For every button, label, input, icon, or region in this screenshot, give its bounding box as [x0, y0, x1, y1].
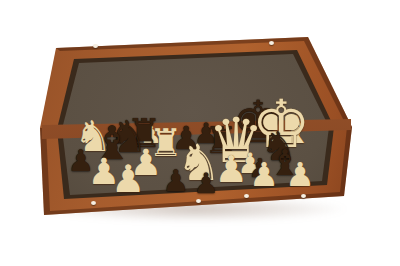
chess-piece-dark-pawn: ♟	[193, 170, 218, 198]
chess-piece-light-pawn: ♟	[285, 158, 315, 191]
screw-hole	[244, 194, 249, 198]
chess-piece-light-pawn: ♟	[249, 158, 279, 191]
chess-set-product-photo: ♞♟♝♞♜♟♜♟♟♜♛♚♚♝♞♝♟♟♟♟♟♞♟♟♟♟♟	[0, 0, 400, 266]
chess-piece-dark-pawn: ♟	[163, 166, 190, 196]
chess-piece-light-pawn: ♟	[214, 151, 247, 188]
screw-hole	[269, 41, 274, 45]
chess-piece-light-pawn: ♟	[111, 160, 145, 198]
screw-hole	[91, 201, 96, 205]
screw-hole	[301, 194, 306, 198]
screw-hole	[93, 44, 98, 48]
